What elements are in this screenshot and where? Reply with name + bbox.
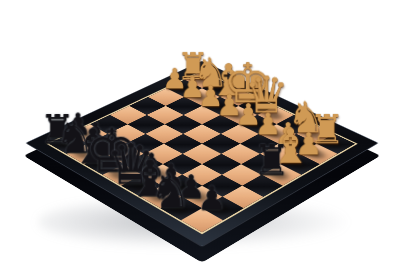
chess-board: ♜♞♝♚♛♞♜♟♟♟♟♟♟♟♟♝♜♟♟♟♟♟♟♟♟♜♞♝♚♛♝♞	[25, 60, 379, 246]
photo-scene: ♜♞♝♚♛♞♜♟♟♟♟♟♟♟♟♝♜♟♟♟♟♟♟♟♟♜♞♝♚♛♝♞	[0, 0, 404, 269]
black-knight-piece[interactable]: ♞	[149, 167, 191, 214]
square-d5[interactable]	[183, 143, 222, 163]
black-pawn-piece[interactable]: ♟	[197, 182, 226, 215]
board-grid: ♜♞♝♚♛♞♜♟♟♟♟♟♟♟♟♝♜♟♟♟♟♟♟♟♟♜♞♝♚♛♝♞	[46, 70, 357, 234]
board-frame: ♜♞♝♚♛♞♜♟♟♟♟♟♟♟♟♝♜♟♟♟♟♟♟♟♟♜♞♝♚♛♝♞	[25, 60, 379, 246]
black-rook-piece[interactable]: ♜	[252, 138, 290, 180]
